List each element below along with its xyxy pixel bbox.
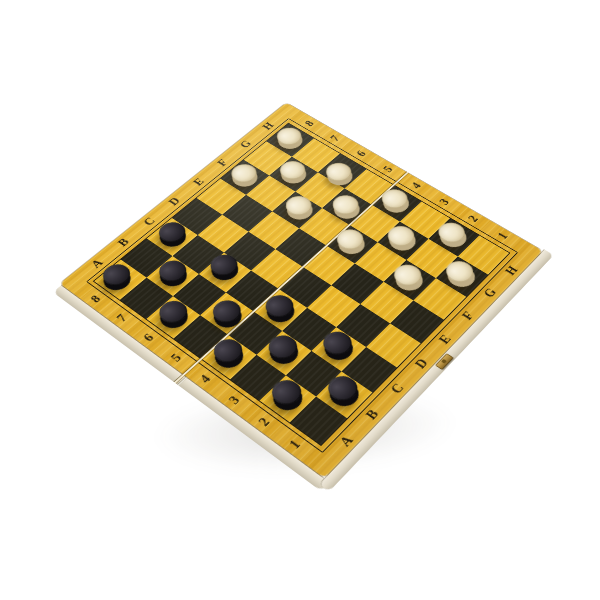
folding-checkers-board: ABCDEFGH ABCDEFGH 87654321 87654321 ⛀⛀⛀⛀…: [60, 103, 543, 478]
product-photo-scene: ABCDEFGH ABCDEFGH 87654321 87654321 ⛀⛀⛀⛀…: [0, 0, 600, 600]
board-top-surface: ABCDEFGH ABCDEFGH 87654321 87654321 ⛀⛀⛀⛀…: [60, 103, 543, 478]
